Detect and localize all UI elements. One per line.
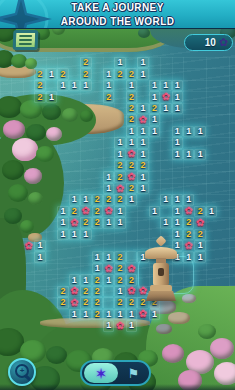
cell-r14c18[interactable] — [206, 217, 217, 228]
cell-r4c1[interactable] — [11, 103, 22, 114]
cell-r20c18[interactable] — [206, 286, 217, 297]
cell-r9c17[interactable] — [194, 160, 205, 171]
cell-r16c2[interactable]: ✿ — [23, 240, 34, 251]
cell-r7c19[interactable] — [217, 137, 228, 148]
cell-r20c17[interactable] — [194, 286, 205, 297]
cell-r24c17[interactable] — [194, 332, 205, 343]
cell-r19c0[interactable] — [0, 274, 11, 285]
cell-r0c3[interactable] — [34, 57, 45, 68]
cell-r10c9[interactable]: 1 — [103, 171, 114, 182]
cell-r5c4[interactable] — [46, 114, 57, 125]
cell-r12c14[interactable]: 1 — [160, 194, 171, 205]
cell-r18c11[interactable]: ✿ — [126, 263, 137, 274]
cell-r15c2[interactable] — [23, 229, 34, 240]
cell-r5c14[interactable] — [160, 114, 171, 125]
cell-r16c8[interactable] — [92, 240, 103, 251]
cell-r9c6[interactable] — [69, 160, 80, 171]
cell-r19c7[interactable]: 1 — [80, 274, 91, 285]
cell-r21c9[interactable] — [103, 297, 114, 308]
cell-r12c15[interactable]: 1 — [172, 194, 183, 205]
cell-r4c19[interactable] — [217, 103, 228, 114]
cell-r12c9[interactable]: 2 — [103, 194, 114, 205]
cell-r18c19[interactable] — [217, 263, 228, 274]
cell-r5c7[interactable] — [80, 114, 91, 125]
cell-r1c10[interactable]: 2 — [114, 68, 125, 79]
cell-r24c3[interactable] — [34, 332, 45, 343]
cell-r11c15[interactable] — [172, 183, 183, 194]
cell-r13c0[interactable] — [0, 206, 11, 217]
cell-r14c15[interactable]: 1 — [172, 217, 183, 228]
cell-r23c19[interactable] — [217, 320, 228, 331]
cell-r20c5[interactable]: 2 — [57, 286, 68, 297]
cell-r8c16[interactable]: 1 — [183, 149, 194, 160]
cell-r11c17[interactable] — [194, 183, 205, 194]
cell-r7c9[interactable] — [103, 137, 114, 148]
cell-r7c13[interactable] — [149, 137, 160, 148]
cell-r20c9[interactable] — [103, 286, 114, 297]
cell-r19c10[interactable]: 2 — [114, 274, 125, 285]
cell-r6c14[interactable] — [160, 126, 171, 137]
cell-r15c4[interactable] — [46, 229, 57, 240]
cell-r18c9[interactable]: ✿ — [103, 263, 114, 274]
cell-r5c18[interactable] — [206, 114, 217, 125]
cell-r1c19[interactable] — [217, 68, 228, 79]
cell-r1c17[interactable] — [194, 68, 205, 79]
cell-r11c7[interactable] — [80, 183, 91, 194]
cell-r16c5[interactable] — [57, 240, 68, 251]
cell-r24c18[interactable] — [206, 332, 217, 343]
cell-r1c7[interactable]: 2 — [80, 68, 91, 79]
cell-r1c13[interactable] — [149, 68, 160, 79]
cell-r18c0[interactable] — [0, 263, 11, 274]
cell-r7c7[interactable] — [80, 137, 91, 148]
cell-r22c18[interactable] — [206, 309, 217, 320]
cell-r6c2[interactable] — [23, 126, 34, 137]
cell-r15c19[interactable] — [217, 229, 228, 240]
cell-r7c0[interactable] — [0, 137, 11, 148]
cell-r22c5[interactable] — [57, 309, 68, 320]
cell-r16c6[interactable] — [69, 240, 80, 251]
cell-r7c11[interactable]: 1 — [126, 137, 137, 148]
cell-r7c8[interactable] — [92, 137, 103, 148]
cell-r19c2[interactable] — [23, 274, 34, 285]
cell-r1c9[interactable]: 1 — [103, 68, 114, 79]
cell-r10c8[interactable] — [92, 171, 103, 182]
cell-r24c10[interactable] — [114, 332, 125, 343]
cell-r5c5[interactable] — [57, 114, 68, 125]
cell-r20c19[interactable] — [217, 286, 228, 297]
cell-r20c16[interactable] — [183, 286, 194, 297]
cell-r10c15[interactable] — [172, 171, 183, 182]
cell-r15c3[interactable] — [34, 229, 45, 240]
cell-r14c1[interactable] — [11, 217, 22, 228]
cell-r7c20[interactable] — [229, 137, 235, 148]
cell-r14c16[interactable]: 2 — [183, 217, 194, 228]
cell-r10c11[interactable]: ✿ — [126, 171, 137, 182]
cell-r18c16[interactable] — [183, 263, 194, 274]
cell-r4c10[interactable] — [114, 103, 125, 114]
cell-r2c6[interactable]: 1 — [69, 80, 80, 91]
cell-r0c10[interactable]: 1 — [114, 57, 125, 68]
cell-r5c2[interactable] — [23, 114, 34, 125]
cell-r3c6[interactable] — [69, 91, 80, 102]
cell-r10c18[interactable] — [206, 171, 217, 182]
cell-r9c5[interactable] — [57, 160, 68, 171]
cell-r9c14[interactable] — [160, 160, 171, 171]
cell-r7c17[interactable] — [194, 137, 205, 148]
cell-r11c6[interactable] — [69, 183, 80, 194]
cell-r23c3[interactable] — [34, 320, 45, 331]
cell-r0c2[interactable] — [23, 57, 34, 68]
cell-r18c6[interactable] — [69, 263, 80, 274]
cell-r0c0[interactable] — [0, 57, 11, 68]
cell-r15c10[interactable] — [114, 229, 125, 240]
cell-r23c4[interactable] — [46, 320, 57, 331]
cell-r3c0[interactable] — [0, 91, 11, 102]
cell-r2c10[interactable] — [114, 80, 125, 91]
flower-mode-button[interactable]: ✶ — [84, 363, 118, 383]
cell-r4c11[interactable]: 2 — [126, 103, 137, 114]
cell-r16c1[interactable] — [11, 240, 22, 251]
cell-r21c17[interactable] — [194, 297, 205, 308]
cell-r22c10[interactable]: 1 — [114, 309, 125, 320]
cell-r23c2[interactable] — [23, 320, 34, 331]
cell-r4c0[interactable] — [0, 103, 11, 114]
cell-r17c7[interactable] — [80, 251, 91, 262]
cell-r8c6[interactable] — [69, 149, 80, 160]
cell-r22c14[interactable] — [160, 309, 171, 320]
cell-r12c3[interactable] — [34, 194, 45, 205]
cell-r13c5[interactable]: 1 — [57, 206, 68, 217]
cell-r23c7[interactable] — [80, 320, 91, 331]
cell-r19c20[interactable] — [229, 274, 235, 285]
cell-r17c9[interactable]: 1 — [103, 251, 114, 262]
cell-r9c10[interactable]: 2 — [114, 160, 125, 171]
cell-r0c19[interactable] — [217, 57, 228, 68]
cell-r1c2[interactable] — [23, 68, 34, 79]
cell-r12c4[interactable] — [46, 194, 57, 205]
cell-r9c13[interactable] — [149, 160, 160, 171]
cell-r8c8[interactable] — [92, 149, 103, 160]
cell-r11c2[interactable] — [23, 183, 34, 194]
cell-r17c3[interactable]: 1 — [34, 251, 45, 262]
cell-r8c0[interactable] — [0, 149, 11, 160]
cell-r16c16[interactable]: ✿ — [183, 240, 194, 251]
cell-r11c5[interactable] — [57, 183, 68, 194]
cell-r10c1[interactable] — [11, 171, 22, 182]
cell-r2c4[interactable] — [46, 80, 57, 91]
cell-r9c0[interactable] — [0, 160, 11, 171]
cell-r9c3[interactable] — [34, 160, 45, 171]
cell-r8c13[interactable] — [149, 149, 160, 160]
flag-mode-button[interactable]: ⚑ — [118, 367, 149, 380]
cell-r1c0[interactable] — [0, 68, 11, 79]
cell-r6c9[interactable] — [103, 126, 114, 137]
cell-r22c6[interactable]: 1 — [69, 309, 80, 320]
cell-r18c10[interactable]: 2 — [114, 263, 125, 274]
cell-r13c4[interactable] — [46, 206, 57, 217]
cell-r8c10[interactable]: 1 — [114, 149, 125, 160]
cell-r18c17[interactable] — [194, 263, 205, 274]
cell-r2c19[interactable] — [217, 80, 228, 91]
cell-r13c2[interactable] — [23, 206, 34, 217]
cell-r17c5[interactable] — [57, 251, 68, 262]
cell-r4c13[interactable]: 2 — [149, 103, 160, 114]
cell-r13c17[interactable]: 2 — [194, 206, 205, 217]
cell-r23c6[interactable] — [69, 320, 80, 331]
cell-r0c7[interactable]: 2 — [80, 57, 91, 68]
cell-r14c3[interactable] — [34, 217, 45, 228]
cell-r3c12[interactable] — [137, 91, 148, 102]
cell-r15c1[interactable] — [11, 229, 22, 240]
cell-r16c17[interactable]: 1 — [194, 240, 205, 251]
cell-r1c1[interactable] — [11, 68, 22, 79]
cell-r23c13[interactable] — [149, 320, 160, 331]
cell-r20c4[interactable] — [46, 286, 57, 297]
cell-r11c4[interactable] — [46, 183, 57, 194]
cell-r4c14[interactable]: 1 — [160, 103, 171, 114]
cell-r12c16[interactable]: 1 — [183, 194, 194, 205]
cell-r0c6[interactable] — [69, 57, 80, 68]
cell-r0c9[interactable] — [103, 57, 114, 68]
cell-r22c1[interactable] — [11, 309, 22, 320]
cell-r15c8[interactable] — [92, 229, 103, 240]
cell-r6c10[interactable] — [114, 126, 125, 137]
cell-r2c14[interactable]: 1 — [160, 80, 171, 91]
cell-r24c1[interactable] — [11, 332, 22, 343]
cell-r6c8[interactable] — [92, 126, 103, 137]
cell-r4c3[interactable] — [34, 103, 45, 114]
cell-r21c20[interactable] — [229, 297, 235, 308]
cell-r15c7[interactable]: 1 — [80, 229, 91, 240]
cell-r23c18[interactable] — [206, 320, 217, 331]
cell-r3c7[interactable] — [80, 91, 91, 102]
cell-r1c6[interactable] — [69, 68, 80, 79]
cell-r17c0[interactable] — [0, 251, 11, 262]
cell-r22c19[interactable] — [217, 309, 228, 320]
cell-r6c12[interactable]: 1 — [137, 126, 148, 137]
cell-r14c2[interactable] — [23, 217, 34, 228]
cell-r0c8[interactable] — [92, 57, 103, 68]
cell-r7c3[interactable] — [34, 137, 45, 148]
cell-r17c20[interactable] — [229, 251, 235, 262]
cell-r6c3[interactable] — [34, 126, 45, 137]
cell-r14c7[interactable]: 2 — [80, 217, 91, 228]
cell-r0c5[interactable] — [57, 57, 68, 68]
cell-r23c1[interactable] — [11, 320, 22, 331]
cell-r1c5[interactable]: 2 — [57, 68, 68, 79]
cell-r5c12[interactable]: ✿ — [137, 114, 148, 125]
cell-r20c20[interactable] — [229, 286, 235, 297]
cell-r10c19[interactable] — [217, 171, 228, 182]
cell-r20c1[interactable] — [11, 286, 22, 297]
cell-r23c5[interactable] — [57, 320, 68, 331]
cell-r17c18[interactable] — [206, 251, 217, 262]
cell-r14c9[interactable]: 1 — [103, 217, 114, 228]
cell-r18c4[interactable] — [46, 263, 57, 274]
cell-r16c18[interactable] — [206, 240, 217, 251]
cell-r8c2[interactable] — [23, 149, 34, 160]
cell-r19c16[interactable] — [183, 274, 194, 285]
cell-r12c0[interactable] — [0, 194, 11, 205]
cell-r6c19[interactable] — [217, 126, 228, 137]
cell-r21c11[interactable]: 2 — [126, 297, 137, 308]
cell-r15c9[interactable] — [103, 229, 114, 240]
cell-r3c2[interactable] — [23, 91, 34, 102]
cell-r12c20[interactable] — [229, 194, 235, 205]
cell-r4c7[interactable] — [80, 103, 91, 114]
cell-r10c14[interactable] — [160, 171, 171, 182]
cell-r11c10[interactable]: ✿ — [114, 183, 125, 194]
cell-r7c12[interactable]: 1 — [137, 137, 148, 148]
cell-r22c13[interactable]: 1 — [149, 309, 160, 320]
cell-r9c9[interactable] — [103, 160, 114, 171]
cell-r10c5[interactable] — [57, 171, 68, 182]
cell-r11c14[interactable] — [160, 183, 171, 194]
cell-r7c15[interactable]: 1 — [172, 137, 183, 148]
cell-r1c12[interactable]: 1 — [137, 68, 148, 79]
cell-r7c2[interactable] — [23, 137, 34, 148]
cell-r7c6[interactable] — [69, 137, 80, 148]
cell-r8c14[interactable] — [160, 149, 171, 160]
cell-r22c7[interactable]: 1 — [80, 309, 91, 320]
cell-r22c0[interactable] — [0, 309, 11, 320]
cell-r13c13[interactable]: 1 — [149, 206, 160, 217]
cell-r21c7[interactable]: 2 — [80, 297, 91, 308]
cell-r10c3[interactable] — [34, 171, 45, 182]
cell-r17c8[interactable]: 1 — [92, 251, 103, 262]
cell-r21c19[interactable] — [217, 297, 228, 308]
cell-r5c17[interactable] — [194, 114, 205, 125]
cell-r2c9[interactable]: 1 — [103, 80, 114, 91]
cell-r8c18[interactable] — [206, 149, 217, 160]
cell-r2c5[interactable]: 1 — [57, 80, 68, 91]
cell-r10c16[interactable] — [183, 171, 194, 182]
cell-r3c13[interactable]: 1 — [149, 91, 160, 102]
cell-r13c18[interactable]: 1 — [206, 206, 217, 217]
cell-r14c19[interactable] — [217, 217, 228, 228]
cell-r14c6[interactable]: ✿ — [69, 217, 80, 228]
cell-r22c4[interactable] — [46, 309, 57, 320]
cell-r12c10[interactable]: 2 — [114, 194, 125, 205]
cell-r16c10[interactable] — [114, 240, 125, 251]
cell-r6c15[interactable]: 1 — [172, 126, 183, 137]
cell-r23c15[interactable] — [172, 320, 183, 331]
cell-r0c13[interactable] — [149, 57, 160, 68]
cell-r10c2[interactable] — [23, 171, 34, 182]
cell-r11c20[interactable] — [229, 183, 235, 194]
cell-r20c8[interactable]: 2 — [92, 286, 103, 297]
cell-r11c0[interactable] — [0, 183, 11, 194]
cell-r2c1[interactable] — [11, 80, 22, 91]
cell-r9c19[interactable] — [217, 160, 228, 171]
cell-r13c19[interactable] — [217, 206, 228, 217]
cell-r0c20[interactable] — [229, 57, 235, 68]
cell-r12c11[interactable]: 1 — [126, 194, 137, 205]
cell-r16c20[interactable] — [229, 240, 235, 251]
cell-r5c11[interactable]: 2 — [126, 114, 137, 125]
cell-r24c20[interactable] — [229, 332, 235, 343]
cell-r22c16[interactable] — [183, 309, 194, 320]
cell-r6c20[interactable] — [229, 126, 235, 137]
cell-r5c8[interactable] — [92, 114, 103, 125]
cell-r11c3[interactable] — [34, 183, 45, 194]
cell-r18c8[interactable]: 1 — [92, 263, 103, 274]
cell-r11c1[interactable] — [11, 183, 22, 194]
cell-r23c14[interactable] — [160, 320, 171, 331]
cell-r5c13[interactable]: 1 — [149, 114, 160, 125]
cell-r10c12[interactable]: 1 — [137, 171, 148, 182]
cell-r8c20[interactable] — [229, 149, 235, 160]
cell-r2c0[interactable] — [0, 80, 11, 91]
cell-r3c19[interactable] — [217, 91, 228, 102]
cell-r10c13[interactable] — [149, 171, 160, 182]
cell-r8c19[interactable] — [217, 149, 228, 160]
cell-r5c16[interactable] — [183, 114, 194, 125]
cell-r18c3[interactable] — [34, 263, 45, 274]
cell-r13c6[interactable]: 2 — [69, 206, 80, 217]
cell-r21c5[interactable]: 2 — [57, 297, 68, 308]
cell-r21c0[interactable] — [0, 297, 11, 308]
cell-r3c17[interactable] — [194, 91, 205, 102]
cell-r24c12[interactable] — [137, 332, 148, 343]
cell-r11c11[interactable]: 2 — [126, 183, 137, 194]
cell-r8c7[interactable] — [80, 149, 91, 160]
cell-r15c0[interactable] — [0, 229, 11, 240]
cell-r8c4[interactable] — [46, 149, 57, 160]
cell-r1c15[interactable] — [172, 68, 183, 79]
cell-r1c4[interactable]: 1 — [46, 68, 57, 79]
cell-r2c18[interactable] — [206, 80, 217, 91]
cell-r6c11[interactable]: 1 — [126, 126, 137, 137]
cell-r4c17[interactable] — [194, 103, 205, 114]
cell-r20c11[interactable]: ✿ — [126, 286, 137, 297]
cell-r3c15[interactable]: 1 — [172, 91, 183, 102]
cell-r3c9[interactable]: 2 — [103, 91, 114, 102]
cell-r21c6[interactable]: ✿ — [69, 297, 80, 308]
cell-r13c15[interactable]: 1 — [172, 206, 183, 217]
cell-r18c5[interactable] — [57, 263, 68, 274]
cell-r14c13[interactable] — [149, 217, 160, 228]
cell-r9c4[interactable] — [46, 160, 57, 171]
cell-r1c3[interactable]: 2 — [34, 68, 45, 79]
cell-r22c11[interactable]: 1 — [126, 309, 137, 320]
cell-r24c0[interactable] — [0, 332, 11, 343]
cell-r20c3[interactable] — [34, 286, 45, 297]
cell-r6c1[interactable] — [11, 126, 22, 137]
cell-r8c3[interactable] — [34, 149, 45, 160]
cell-r16c9[interactable] — [103, 240, 114, 251]
cell-r24c14[interactable] — [160, 332, 171, 343]
cell-r6c7[interactable] — [80, 126, 91, 137]
cell-r3c16[interactable] — [183, 91, 194, 102]
cell-r4c16[interactable] — [183, 103, 194, 114]
cell-r1c16[interactable] — [183, 68, 194, 79]
cell-r1c20[interactable] — [229, 68, 235, 79]
cell-r9c16[interactable] — [183, 160, 194, 171]
menu-button[interactable] — [13, 30, 39, 50]
cell-r7c1[interactable] — [11, 137, 22, 148]
cell-r14c10[interactable]: 1 — [114, 217, 125, 228]
cell-r2c15[interactable]: 1 — [172, 80, 183, 91]
cell-r5c10[interactable] — [114, 114, 125, 125]
cell-r13c16[interactable]: ✿ — [183, 206, 194, 217]
cell-r2c3[interactable]: 2 — [34, 80, 45, 91]
cell-r5c20[interactable] — [229, 114, 235, 125]
cell-r7c4[interactable] — [46, 137, 57, 148]
cell-r8c15[interactable]: 1 — [172, 149, 183, 160]
cell-r10c6[interactable] — [69, 171, 80, 182]
